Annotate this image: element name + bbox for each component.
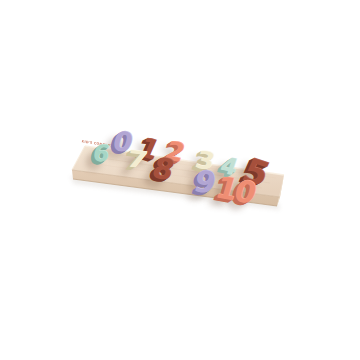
puzzle-piece-10[interactable]: 10	[212, 173, 257, 209]
product-photo-scene: KID'S CONCEPT 0 1 2 3 4 5 6 7 8 9 10	[0, 0, 360, 360]
puzzle-board	[0, 0, 360, 360]
